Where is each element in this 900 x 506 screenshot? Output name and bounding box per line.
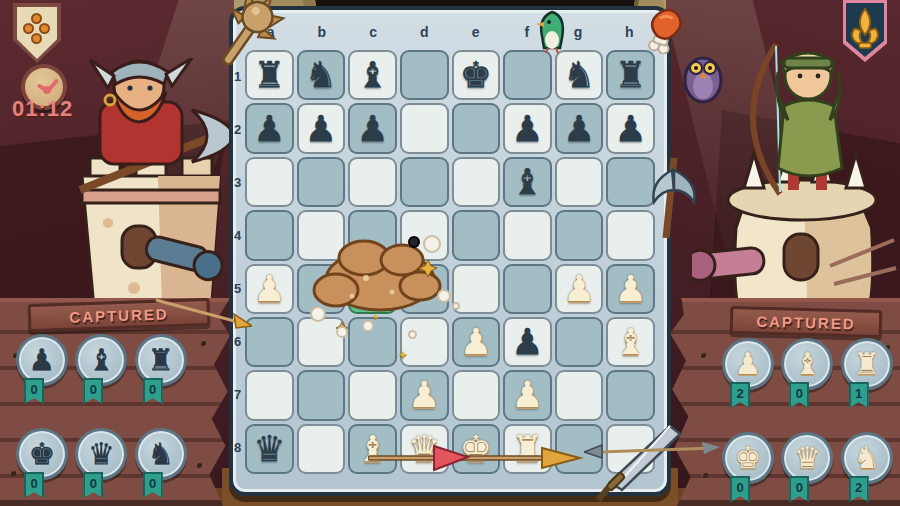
black-piece-b2: ♟ [305,111,337,147]
captured-right-queen: ♛0 [781,432,834,504]
captured-left-bishop: ♝0 [75,334,128,406]
rank-label-8: 8 [231,421,244,474]
captured-left-rook: ♜0 [135,334,188,406]
screw [700,352,706,358]
count-badge-left-rook: 0 [143,378,163,404]
count-badge-left-bishop: 0 [83,378,103,404]
count-badge-right-queen: 0 [789,476,809,502]
clover-dot [31,13,42,24]
fleur-de-lis-icon [846,3,884,57]
black-piece-e1: ♚ [460,57,492,93]
square-b2[interactable]: ♟ [297,103,346,153]
black-piece-h2: ♟ [615,111,647,147]
black-piece-b1: ♞ [305,57,337,93]
square-e3[interactable] [452,157,501,207]
knight-glyph: ♞ [853,443,880,473]
square-c3[interactable] [348,157,397,207]
captured-right-pawn: ♟2 [722,338,775,410]
square-a5[interactable]: ♟ [245,264,294,314]
square-f5[interactable] [503,264,552,314]
square-e1[interactable]: ♚ [452,50,501,100]
black-piece-f2: ♟ [511,111,543,147]
white-piece-f7: ♟ [511,377,543,413]
bishop-glyph: ♝ [794,349,821,379]
file-label-c: c [348,24,399,40]
captured-left-pawn: ♟0 [16,334,69,406]
count-badge-left-king: 0 [24,472,44,498]
drumstick-icon [640,8,686,54]
white-piece-h5: ♟ [615,271,647,307]
pawn-glyph: ♟ [735,349,762,379]
square-f4[interactable] [503,210,552,260]
count-badge-left-queen: 0 [83,472,103,498]
bishop-glyph: ♝ [88,345,115,375]
square-g3[interactable] [555,157,604,207]
queen-glyph: ♛ [794,443,821,473]
white-piece-d7: ♟ [408,377,440,413]
queen-glyph: ♛ [88,439,115,469]
square-a3[interactable] [245,157,294,207]
square-h6[interactable]: ♝ [606,317,655,367]
square-e4[interactable] [452,210,501,260]
square-b1[interactable]: ♞ [297,50,346,100]
square-g2[interactable]: ♟ [555,103,604,153]
clover-dot [39,23,50,34]
axe-icon [644,154,702,242]
captured-medals-right: ♟2♝0♜1♚0♛0♞2 [722,338,894,504]
arrow-decoration [584,442,724,462]
count-badge-left-knight: 0 [143,472,163,498]
square-b8[interactable] [297,424,346,474]
square-f6[interactable]: ♟ [503,317,552,367]
square-g7[interactable] [555,370,604,420]
rank-labels: 12345678 [231,50,244,474]
capture-dust-cloud [308,230,456,334]
square-d7[interactable]: ♟ [400,370,449,420]
dust-puff [452,302,460,310]
square-f3[interactable]: ♝ [503,157,552,207]
screw [196,462,202,468]
spear-decoration [368,444,584,472]
screw [200,340,206,346]
square-f2[interactable]: ♟ [503,103,552,153]
captured-banner-right-label: CAPTURED [756,312,856,332]
captured-banner-right: CAPTURED [730,306,883,338]
white-piece-h6: ♝ [615,324,647,360]
white-piece-e6: ♟ [460,324,492,360]
white-piece-g5: ♟ [563,271,595,307]
sparkle-star: ✦ [398,348,408,362]
dart-decoration [152,294,252,330]
square-c2[interactable]: ♟ [348,103,397,153]
square-h7[interactable] [606,370,655,420]
sword-icon [596,424,682,504]
square-g6[interactable] [555,317,604,367]
black-piece-f3: ♝ [511,164,543,200]
clover-dot [23,23,34,34]
pawn-glyph: ♟ [29,345,56,375]
square-e6[interactable]: ♟ [452,317,501,367]
rook-glyph: ♜ [853,349,880,379]
dust-puff [336,326,348,338]
rook-glyph: ♜ [147,345,174,375]
black-piece-g1: ♞ [563,57,595,93]
square-e7[interactable] [452,370,501,420]
square-a4[interactable] [245,210,294,260]
square-d1[interactable] [400,50,449,100]
file-label-d: d [399,24,450,40]
square-h1[interactable]: ♜ [606,50,655,100]
king-glyph: ♚ [29,439,56,469]
black-piece-c2: ♟ [356,111,388,147]
mace-icon [222,0,286,78]
rank-label-3: 3 [231,156,244,209]
file-label-b: b [296,24,347,40]
rank-label-2: 2 [231,103,244,156]
black-piece-h1: ♜ [615,57,647,93]
captured-right-king: ♚0 [722,432,775,504]
square-d2[interactable] [400,103,449,153]
sparkle-star: ✦ [372,312,380,322]
count-badge-right-king: 0 [730,476,750,502]
captured-medals-left: ♟0♝0♜0♚0♛0♞0 [16,334,188,500]
black-piece-a8: ♛ [253,431,285,467]
square-a2[interactable]: ♟ [245,103,294,153]
captured-left-queen: ♛0 [75,428,128,500]
black-piece-c1: ♝ [356,57,388,93]
square-h2[interactable]: ♟ [606,103,655,153]
dust-puff [408,330,417,339]
square-f1[interactable] [503,50,552,100]
square-b7[interactable] [297,370,346,420]
square-d3[interactable] [400,157,449,207]
square-g1[interactable]: ♞ [555,50,604,100]
count-badge-left-pawn: 0 [24,378,44,404]
owl-icon [682,50,724,104]
square-a7[interactable] [245,370,294,420]
square-f7[interactable]: ♟ [503,370,552,420]
square-a6[interactable] [245,317,294,367]
square-g5[interactable]: ♟ [555,264,604,314]
rank-label-4: 4 [231,209,244,262]
game-timer: 01:12 [12,96,122,122]
captured-right-knight: ♞2 [841,432,894,504]
captured-left-king: ♚0 [16,428,69,500]
count-badge-right-bishop: 0 [789,382,809,408]
square-c1[interactable]: ♝ [348,50,397,100]
square-c7[interactable] [348,370,397,420]
square-b3[interactable] [297,157,346,207]
count-badge-right-rook: 1 [849,382,869,408]
rank-label-7: 7 [231,368,244,421]
black-piece-g2: ♟ [563,111,595,147]
captured-right-rook: ♜1 [841,338,894,410]
clover-dot [31,33,42,44]
file-labels: abcdefgh [245,24,655,40]
count-badge-right-knight: 2 [849,476,869,502]
king-glyph: ♚ [735,443,762,473]
bird-icon [534,8,570,54]
square-h5[interactable]: ♟ [606,264,655,314]
white-piece-a5: ♟ [253,271,285,307]
black-piece-a2: ♟ [253,111,285,147]
game-screen: CAPTURED CAPTURED ♟0♝0♜0♚0♛0♞0 ♟2♝0♜1♚0♛… [0,0,900,506]
count-badge-right-pawn: 2 [730,382,750,408]
square-g4[interactable] [555,210,604,260]
square-a8[interactable]: ♛ [245,424,294,474]
screw [702,472,708,478]
black-piece-f6: ♟ [511,324,543,360]
captured-right-bishop: ♝0 [781,338,834,410]
knight-glyph: ♞ [147,439,174,469]
square-e2[interactable] [452,103,501,153]
clock-center [43,86,51,94]
captured-left-knight: ♞0 [135,428,188,500]
file-label-e: e [450,24,501,40]
